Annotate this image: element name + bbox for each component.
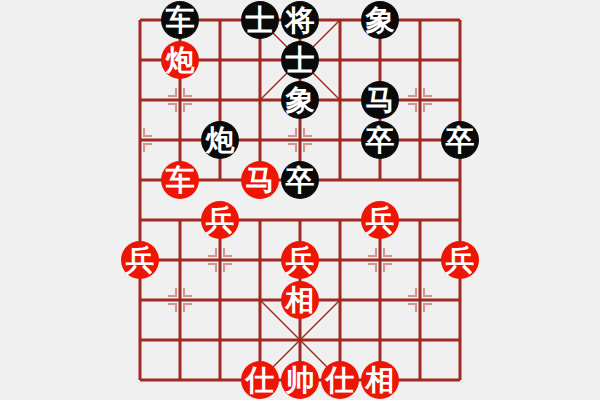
red-soldier-glyph: 兵 <box>361 201 399 239</box>
black-soldier-glyph: 卒 <box>361 121 399 159</box>
red-soldier-glyph: 兵 <box>201 201 239 239</box>
red-soldier-glyph: 兵 <box>121 241 159 279</box>
red-soldier-glyph: 兵 <box>441 241 479 279</box>
black-soldier[interactable]: 卒 <box>440 120 480 160</box>
red-elephant-glyph: 相 <box>281 281 319 319</box>
xiangqi-app: 车士将象炮士象马炮卒卒车马卒兵兵兵兵兵相仕帅仕相 <box>0 0 600 400</box>
red-advisor-glyph: 仕 <box>321 361 359 399</box>
red-elephant[interactable]: 相 <box>360 360 400 400</box>
black-chariot[interactable]: 车 <box>160 0 200 40</box>
red-horse[interactable]: 马 <box>240 160 280 200</box>
red-soldier[interactable]: 兵 <box>120 240 160 280</box>
black-advisor[interactable]: 士 <box>280 40 320 80</box>
black-horse-glyph: 马 <box>361 81 399 119</box>
black-elephant-glyph: 象 <box>281 81 319 119</box>
red-advisor[interactable]: 仕 <box>240 360 280 400</box>
red-soldier[interactable]: 兵 <box>280 240 320 280</box>
red-horse-glyph: 马 <box>241 161 279 199</box>
black-soldier-glyph: 卒 <box>441 121 479 159</box>
black-soldier[interactable]: 卒 <box>360 120 400 160</box>
black-cannon[interactable]: 炮 <box>200 120 240 160</box>
red-advisor-glyph: 仕 <box>241 361 279 399</box>
red-soldier[interactable]: 兵 <box>360 200 400 240</box>
pieces-layer: 车士将象炮士象马炮卒卒车马卒兵兵兵兵兵相仕帅仕相 <box>120 0 480 400</box>
black-elephant[interactable]: 象 <box>280 80 320 120</box>
black-elephant-glyph: 象 <box>361 1 399 39</box>
red-general[interactable]: 帅 <box>280 360 320 400</box>
black-elephant[interactable]: 象 <box>360 0 400 40</box>
red-chariot-glyph: 车 <box>161 161 199 199</box>
red-soldier-glyph: 兵 <box>281 241 319 279</box>
red-chariot[interactable]: 车 <box>160 160 200 200</box>
black-cannon-glyph: 炮 <box>201 121 239 159</box>
red-soldier[interactable]: 兵 <box>440 240 480 280</box>
black-soldier-glyph: 卒 <box>281 161 319 199</box>
red-general-glyph: 帅 <box>281 361 319 399</box>
black-advisor[interactable]: 士 <box>240 0 280 40</box>
black-advisor-glyph: 士 <box>241 1 279 39</box>
black-general-glyph: 将 <box>281 1 319 39</box>
black-soldier[interactable]: 卒 <box>280 160 320 200</box>
red-elephant[interactable]: 相 <box>280 280 320 320</box>
red-advisor[interactable]: 仕 <box>320 360 360 400</box>
black-chariot-glyph: 车 <box>161 1 199 39</box>
black-advisor-glyph: 士 <box>281 41 319 79</box>
red-cannon-glyph: 炮 <box>161 41 199 79</box>
red-soldier[interactable]: 兵 <box>200 200 240 240</box>
black-horse[interactable]: 马 <box>360 80 400 120</box>
black-general[interactable]: 将 <box>280 0 320 40</box>
red-cannon[interactable]: 炮 <box>160 40 200 80</box>
red-elephant-glyph: 相 <box>361 361 399 399</box>
